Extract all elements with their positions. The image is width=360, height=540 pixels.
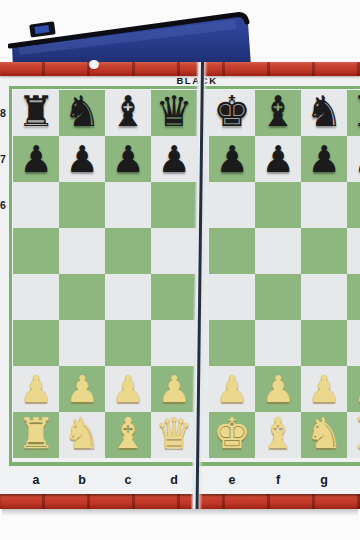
white-pawn: ♟ xyxy=(19,371,52,408)
square-d1: ♛ xyxy=(151,412,197,458)
black-knight: ♞ xyxy=(305,91,343,133)
square-b2: ♟ xyxy=(59,366,105,412)
white-pawn: ♟ xyxy=(65,371,98,408)
white-pawn: ♟ xyxy=(111,371,144,408)
square-c1: ♝ xyxy=(105,412,151,458)
white-bishop: ♝ xyxy=(109,413,147,455)
black-pawn: ♟ xyxy=(19,141,52,178)
square-e2: ♟ xyxy=(209,366,255,412)
white-king: ♚ xyxy=(213,413,251,455)
white-pawn: ♟ xyxy=(157,371,190,408)
square-e1: ♚ xyxy=(209,412,255,458)
board-top-red-edge xyxy=(0,62,360,76)
square-d4 xyxy=(151,274,197,320)
square-f4 xyxy=(255,274,301,320)
square-f5 xyxy=(255,228,301,274)
square-h4 xyxy=(347,274,360,320)
square-f6 xyxy=(255,182,301,228)
white-knight: ♞ xyxy=(305,413,343,455)
square-e3 xyxy=(209,320,255,366)
white-pawn: ♟ xyxy=(307,371,340,408)
square-c8: ♝ xyxy=(105,90,151,136)
rank-label-8: 8 xyxy=(0,90,9,136)
square-c3 xyxy=(105,320,151,366)
square-b1: ♞ xyxy=(59,412,105,458)
square-a6 xyxy=(13,182,59,228)
square-a8: ♜ xyxy=(13,90,59,136)
square-g8: ♞ xyxy=(301,90,347,136)
square-h3 xyxy=(347,320,360,366)
black-pawn: ♟ xyxy=(261,141,294,178)
white-rook: ♜ xyxy=(351,413,360,455)
square-h2: ♟ xyxy=(347,366,360,412)
white-pawn: ♟ xyxy=(353,371,360,408)
square-f8: ♝ xyxy=(255,90,301,136)
square-c2: ♟ xyxy=(105,366,151,412)
square-c4 xyxy=(105,274,151,320)
bag-snap-button xyxy=(89,60,99,69)
square-d7: ♟ xyxy=(151,136,197,182)
white-rook: ♜ xyxy=(17,413,55,455)
board-shadow xyxy=(2,509,358,516)
black-pawn: ♟ xyxy=(353,141,360,178)
black-knight: ♞ xyxy=(63,91,101,133)
square-h7: ♟ xyxy=(347,136,360,182)
square-d5 xyxy=(151,228,197,274)
square-b7: ♟ xyxy=(59,136,105,182)
square-g3 xyxy=(301,320,347,366)
bag-buckle xyxy=(29,21,56,37)
square-d6 xyxy=(151,182,197,228)
square-b6 xyxy=(59,182,105,228)
square-g7: ♟ xyxy=(301,136,347,182)
black-bishop: ♝ xyxy=(109,91,147,133)
frame-line-bottom xyxy=(9,462,360,466)
black-pawn: ♟ xyxy=(307,141,340,178)
square-h6 xyxy=(347,182,360,228)
square-a1: ♜ xyxy=(13,412,59,458)
frame-line-left xyxy=(9,86,12,466)
file-label-e: e xyxy=(209,468,255,492)
black-pawn: ♟ xyxy=(111,141,144,178)
square-d2: ♟ xyxy=(151,366,197,412)
square-a7: ♟ xyxy=(13,136,59,182)
square-g6 xyxy=(301,182,347,228)
square-g1: ♞ xyxy=(301,412,347,458)
product-photo: BLACK ♜♞♝♛♚♝♞♜♟♟♟♟♟♟♟♟♟♟♟♟♟♟♟♟♜♞♝♛♚♝♞♜ 8… xyxy=(0,0,360,540)
file-label-g: g xyxy=(301,468,347,492)
board-bottom-red-edge xyxy=(0,494,360,509)
square-c5 xyxy=(105,228,151,274)
file-label-c: c xyxy=(105,468,151,492)
square-b8: ♞ xyxy=(59,90,105,136)
white-pawn: ♟ xyxy=(261,371,294,408)
white-knight: ♞ xyxy=(63,413,101,455)
square-c6 xyxy=(105,182,151,228)
black-queen: ♛ xyxy=(155,91,193,133)
square-d3 xyxy=(151,320,197,366)
square-e4 xyxy=(209,274,255,320)
square-h8: ♜ xyxy=(347,90,360,136)
black-rook: ♜ xyxy=(351,91,360,133)
square-b3 xyxy=(59,320,105,366)
square-f2: ♟ xyxy=(255,366,301,412)
carry-bag xyxy=(8,10,258,70)
square-e8: ♚ xyxy=(209,90,255,136)
black-rook: ♜ xyxy=(17,91,55,133)
white-bishop: ♝ xyxy=(259,413,297,455)
rank-label-6: 6 xyxy=(0,182,9,228)
square-e7: ♟ xyxy=(209,136,255,182)
square-g5 xyxy=(301,228,347,274)
file-label-b: b xyxy=(59,468,105,492)
square-f3 xyxy=(255,320,301,366)
square-b5 xyxy=(59,228,105,274)
square-g2: ♟ xyxy=(301,366,347,412)
square-a2: ♟ xyxy=(13,366,59,412)
square-f1: ♝ xyxy=(255,412,301,458)
black-pawn: ♟ xyxy=(157,141,190,178)
square-a3 xyxy=(13,320,59,366)
white-queen: ♛ xyxy=(155,413,193,455)
rank-label-7: 7 xyxy=(0,136,9,182)
black-bishop: ♝ xyxy=(259,91,297,133)
square-c7: ♟ xyxy=(105,136,151,182)
square-g4 xyxy=(301,274,347,320)
square-a4 xyxy=(13,274,59,320)
square-f7: ♟ xyxy=(255,136,301,182)
file-label-f: f xyxy=(255,468,301,492)
black-pawn: ♟ xyxy=(65,141,98,178)
square-h1: ♜ xyxy=(347,412,360,458)
white-pawn: ♟ xyxy=(215,371,248,408)
square-b4 xyxy=(59,274,105,320)
square-d8: ♛ xyxy=(151,90,197,136)
board-squares: ♜♞♝♛♚♝♞♜♟♟♟♟♟♟♟♟♟♟♟♟♟♟♟♟♜♞♝♛♚♝♞♜ xyxy=(13,90,360,458)
file-label-a: a xyxy=(13,468,59,492)
black-pawn: ♟ xyxy=(215,141,248,178)
square-e5 xyxy=(209,228,255,274)
black-king: ♚ xyxy=(213,91,251,133)
square-a5 xyxy=(13,228,59,274)
square-e6 xyxy=(209,182,255,228)
square-h5 xyxy=(347,228,360,274)
